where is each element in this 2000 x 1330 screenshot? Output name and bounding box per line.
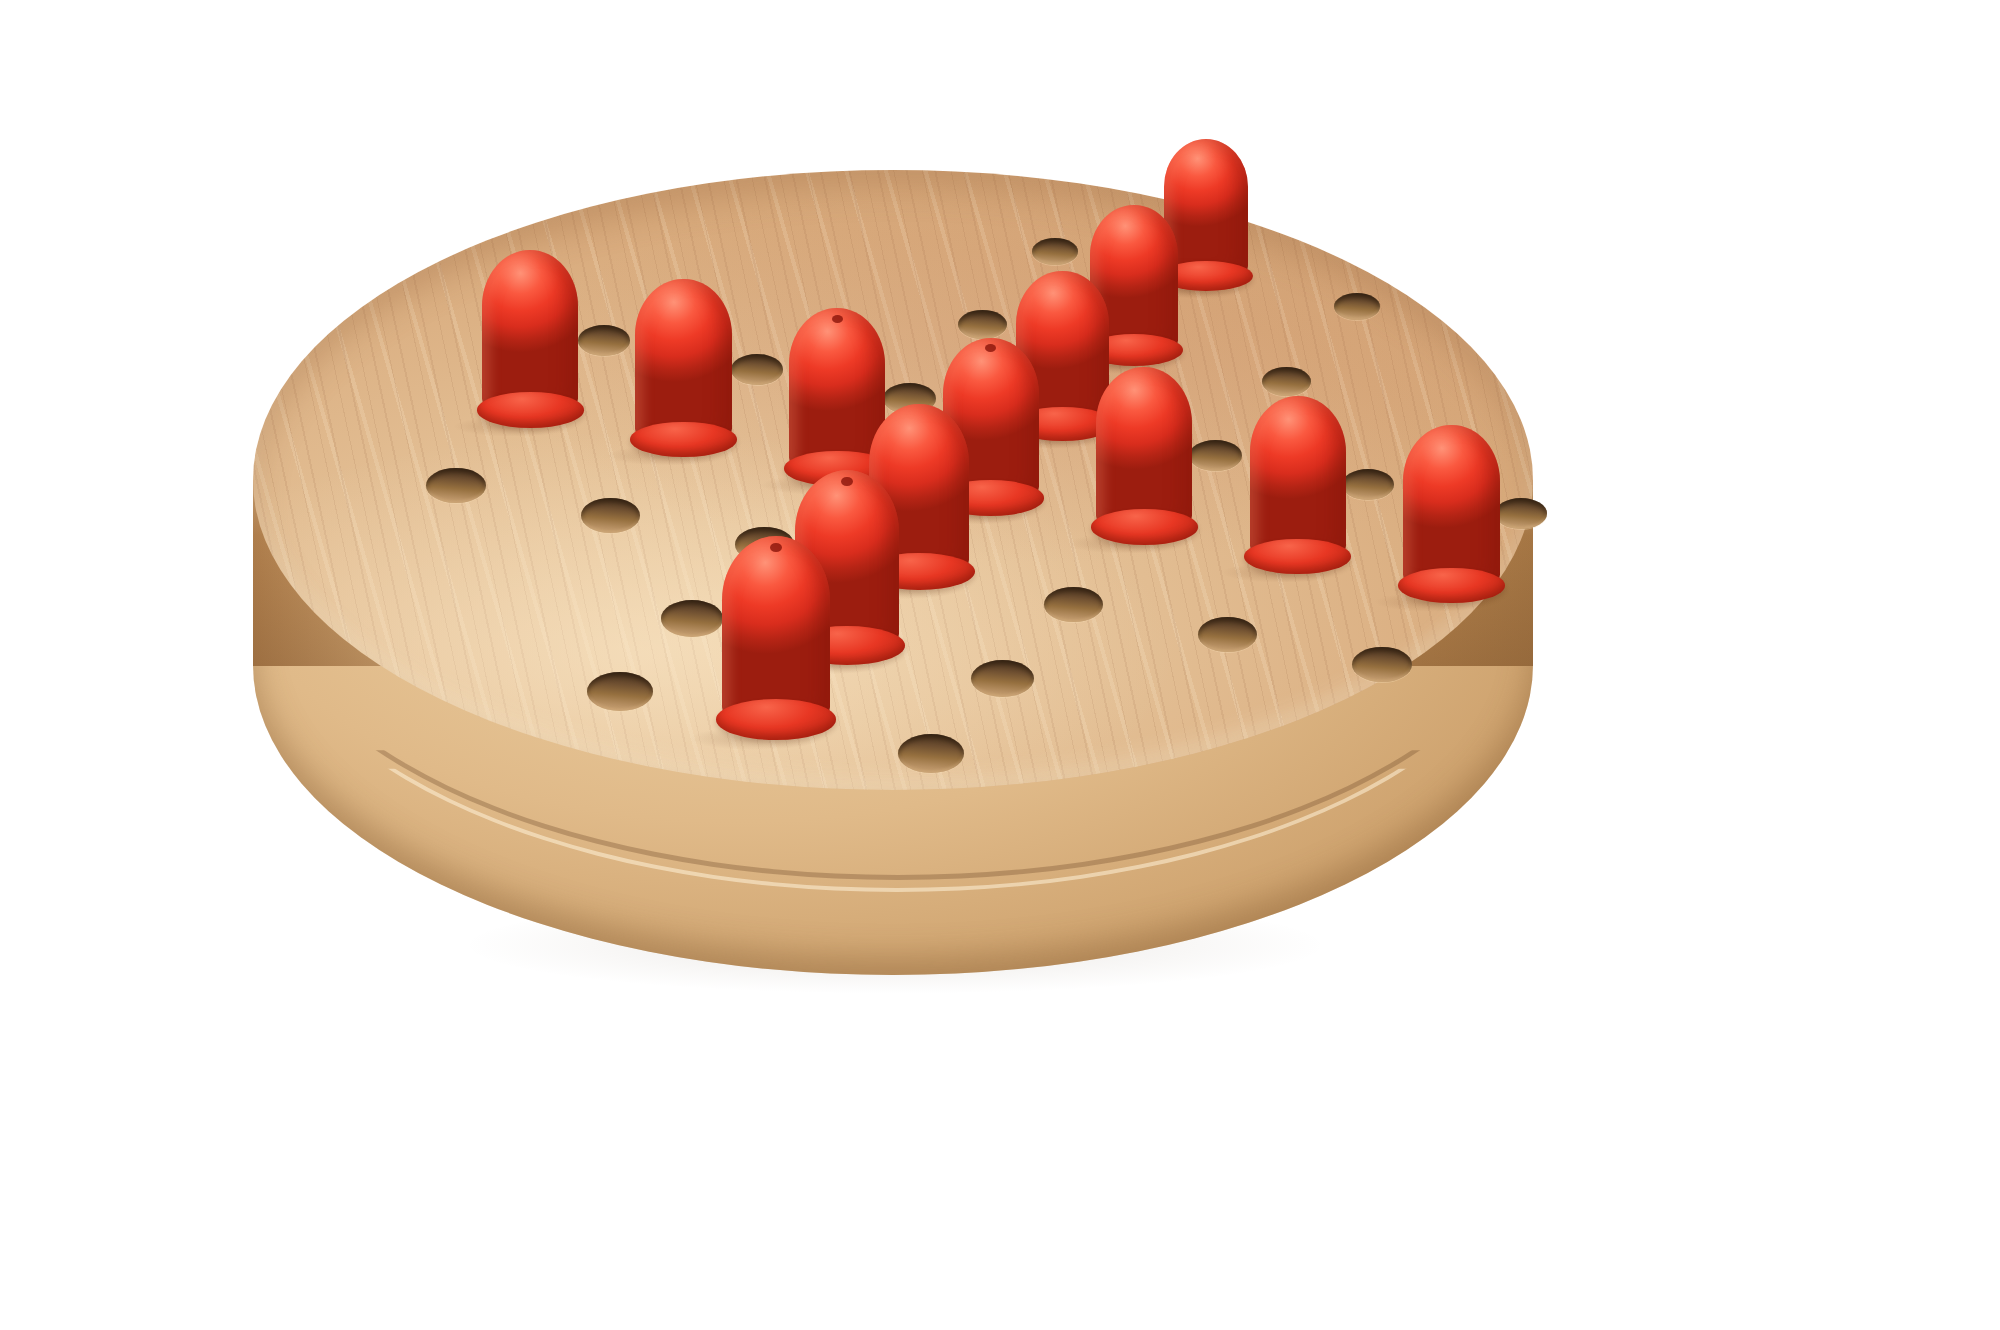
hole-g5[interactable] xyxy=(1352,647,1411,682)
peg-top-dimple xyxy=(770,543,782,552)
peg-body xyxy=(635,279,731,445)
peg-flared-base xyxy=(1091,509,1198,545)
peg-flared-base xyxy=(477,392,584,428)
hole-b5[interactable] xyxy=(581,498,640,533)
peg-body xyxy=(722,536,830,726)
peg-g4[interactable] xyxy=(1398,425,1505,603)
hole-e2[interactable] xyxy=(1262,367,1311,396)
peg-a4[interactable] xyxy=(477,250,584,428)
scene xyxy=(0,0,2000,1330)
hole-e7[interactable] xyxy=(898,734,964,773)
peg-e4[interactable] xyxy=(1091,367,1198,545)
hole-e1[interactable] xyxy=(1334,293,1380,320)
hole-c1[interactable] xyxy=(1032,238,1078,265)
peg-b4[interactable] xyxy=(630,279,737,457)
hole-a3[interactable] xyxy=(578,325,631,356)
peg-body xyxy=(1096,367,1192,533)
peg-top-dimple xyxy=(841,477,853,486)
peg-top-dimple xyxy=(985,344,996,352)
hole-c2[interactable] xyxy=(958,310,1007,339)
hole-e5[interactable] xyxy=(1044,587,1103,622)
hole-f5[interactable] xyxy=(1198,617,1257,652)
peg-d7[interactable] xyxy=(716,536,836,740)
hole-e6[interactable] xyxy=(971,660,1034,697)
hole-c6[interactable] xyxy=(661,600,724,637)
peg-f4[interactable] xyxy=(1244,396,1351,574)
peg-flared-base xyxy=(1244,539,1351,575)
holes-and-pegs-layer xyxy=(0,0,2000,1330)
hole-a5[interactable] xyxy=(426,468,485,503)
peg-body xyxy=(1250,396,1346,562)
peg-body xyxy=(1403,425,1499,591)
hole-b3[interactable] xyxy=(731,354,784,385)
peg-flared-base xyxy=(630,422,737,458)
hole-c7[interactable] xyxy=(587,672,653,711)
peg-body xyxy=(482,250,578,416)
peg-flared-base xyxy=(1398,568,1505,604)
peg-flared-base xyxy=(716,699,836,740)
peg-top-dimple xyxy=(832,315,843,323)
